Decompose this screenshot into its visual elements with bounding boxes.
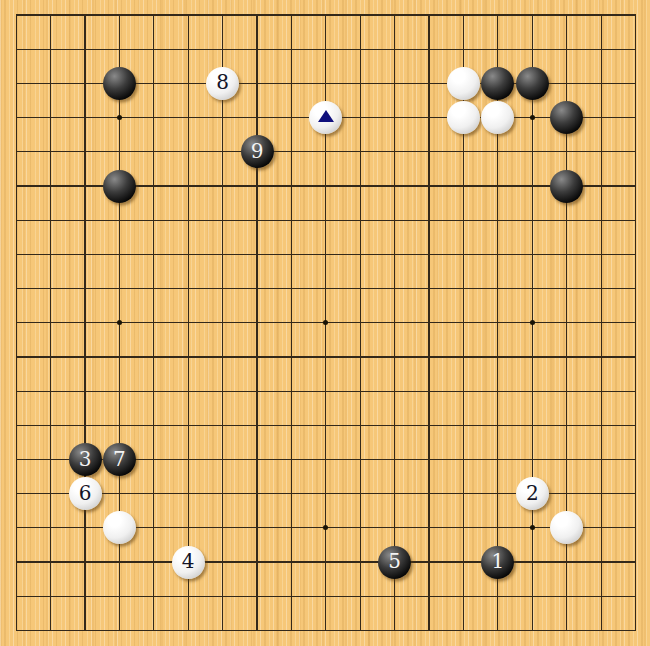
intersection-O17[interactable] [446, 66, 480, 100]
intersection-E12[interactable] [137, 237, 171, 271]
intersection-G9[interactable] [205, 340, 239, 374]
intersection-B14[interactable] [33, 169, 67, 203]
intersection-E8[interactable] [137, 374, 171, 408]
intersection-N8[interactable] [412, 374, 446, 408]
intersection-N17[interactable] [412, 66, 446, 100]
intersection-H12[interactable] [240, 237, 274, 271]
intersection-T5[interactable] [618, 477, 650, 511]
intersection-N10[interactable] [412, 306, 446, 340]
intersection-O1[interactable] [446, 613, 480, 646]
intersection-S11[interactable] [584, 272, 618, 306]
intersection-B3[interactable] [33, 545, 67, 579]
intersection-H4[interactable] [240, 511, 274, 545]
intersection-C5[interactable]: 6 [68, 477, 102, 511]
intersection-O18[interactable] [446, 32, 480, 66]
intersection-B15[interactable] [33, 135, 67, 169]
intersection-F11[interactable] [171, 272, 205, 306]
intersection-C4[interactable] [68, 511, 102, 545]
intersection-L10[interactable] [343, 306, 377, 340]
intersection-D15[interactable] [102, 135, 136, 169]
intersection-F16[interactable] [171, 101, 205, 135]
intersection-K4[interactable] [309, 511, 343, 545]
intersection-F6[interactable] [171, 442, 205, 476]
intersection-K13[interactable] [309, 203, 343, 237]
intersection-P18[interactable] [481, 32, 515, 66]
intersection-Q17[interactable] [515, 66, 549, 100]
intersection-G6[interactable] [205, 442, 239, 476]
intersection-S17[interactable] [584, 66, 618, 100]
intersection-R13[interactable] [550, 203, 584, 237]
intersection-P5[interactable] [481, 477, 515, 511]
intersection-C19[interactable] [68, 0, 102, 32]
intersection-C10[interactable] [68, 306, 102, 340]
intersection-J14[interactable] [274, 169, 308, 203]
intersection-B9[interactable] [33, 340, 67, 374]
intersection-T11[interactable] [618, 272, 650, 306]
intersection-S2[interactable] [584, 579, 618, 613]
intersection-F8[interactable] [171, 374, 205, 408]
intersection-F4[interactable] [171, 511, 205, 545]
intersection-R8[interactable] [550, 374, 584, 408]
intersection-M1[interactable] [377, 613, 411, 646]
intersection-K18[interactable] [309, 32, 343, 66]
intersection-A7[interactable] [0, 408, 33, 442]
intersection-J7[interactable] [274, 408, 308, 442]
intersection-J16[interactable] [274, 101, 308, 135]
intersection-Q15[interactable] [515, 135, 549, 169]
intersection-R3[interactable] [550, 545, 584, 579]
intersection-P13[interactable] [481, 203, 515, 237]
intersection-A2[interactable] [0, 579, 33, 613]
intersection-B7[interactable] [33, 408, 67, 442]
intersection-M7[interactable] [377, 408, 411, 442]
intersection-A9[interactable] [0, 340, 33, 374]
intersection-G4[interactable] [205, 511, 239, 545]
intersection-B6[interactable] [33, 442, 67, 476]
intersection-T19[interactable] [618, 0, 650, 32]
intersection-L15[interactable] [343, 135, 377, 169]
intersection-S6[interactable] [584, 442, 618, 476]
intersection-N14[interactable] [412, 169, 446, 203]
intersection-E2[interactable] [137, 579, 171, 613]
intersection-D7[interactable] [102, 408, 136, 442]
intersection-J4[interactable] [274, 511, 308, 545]
intersection-T12[interactable] [618, 237, 650, 271]
intersection-R4[interactable] [550, 511, 584, 545]
intersection-D14[interactable] [102, 169, 136, 203]
intersection-M18[interactable] [377, 32, 411, 66]
intersection-F2[interactable] [171, 579, 205, 613]
intersection-Q7[interactable] [515, 408, 549, 442]
intersection-R17[interactable] [550, 66, 584, 100]
intersection-O16[interactable] [446, 101, 480, 135]
intersection-Q18[interactable] [515, 32, 549, 66]
intersection-S10[interactable] [584, 306, 618, 340]
intersection-R19[interactable] [550, 0, 584, 32]
intersection-C6[interactable]: 3 [68, 442, 102, 476]
intersection-Q16[interactable] [515, 101, 549, 135]
intersection-G19[interactable] [205, 0, 239, 32]
intersection-R6[interactable] [550, 442, 584, 476]
intersection-N11[interactable] [412, 272, 446, 306]
intersection-K10[interactable] [309, 306, 343, 340]
intersection-T9[interactable] [618, 340, 650, 374]
intersection-T15[interactable] [618, 135, 650, 169]
intersection-S14[interactable] [584, 169, 618, 203]
intersection-N1[interactable] [412, 613, 446, 646]
intersection-C13[interactable] [68, 203, 102, 237]
intersection-A1[interactable] [0, 613, 33, 646]
intersection-P9[interactable] [481, 340, 515, 374]
intersection-Q3[interactable] [515, 545, 549, 579]
intersection-P16[interactable] [481, 101, 515, 135]
intersection-M8[interactable] [377, 374, 411, 408]
intersection-Q10[interactable] [515, 306, 549, 340]
intersection-H6[interactable] [240, 442, 274, 476]
intersection-L19[interactable] [343, 0, 377, 32]
intersection-L13[interactable] [343, 203, 377, 237]
intersection-H18[interactable] [240, 32, 274, 66]
intersection-Q9[interactable] [515, 340, 549, 374]
intersection-B8[interactable] [33, 374, 67, 408]
intersection-L18[interactable] [343, 32, 377, 66]
intersection-D17[interactable] [102, 66, 136, 100]
intersection-O10[interactable] [446, 306, 480, 340]
intersection-G17[interactable]: 8 [205, 66, 239, 100]
intersection-Q13[interactable] [515, 203, 549, 237]
intersection-L5[interactable] [343, 477, 377, 511]
intersection-J6[interactable] [274, 442, 308, 476]
intersection-G8[interactable] [205, 374, 239, 408]
intersection-O9[interactable] [446, 340, 480, 374]
intersection-T16[interactable] [618, 101, 650, 135]
intersection-P6[interactable] [481, 442, 515, 476]
intersection-Q2[interactable] [515, 579, 549, 613]
intersection-A3[interactable] [0, 545, 33, 579]
intersection-O11[interactable] [446, 272, 480, 306]
intersection-A10[interactable] [0, 306, 33, 340]
intersection-E19[interactable] [137, 0, 171, 32]
intersection-L1[interactable] [343, 613, 377, 646]
intersection-K11[interactable] [309, 272, 343, 306]
intersection-K16[interactable] [309, 101, 343, 135]
intersection-A13[interactable] [0, 203, 33, 237]
intersection-N19[interactable] [412, 0, 446, 32]
intersection-N18[interactable] [412, 32, 446, 66]
intersection-O6[interactable] [446, 442, 480, 476]
intersection-R2[interactable] [550, 579, 584, 613]
intersection-A8[interactable] [0, 374, 33, 408]
intersection-E10[interactable] [137, 306, 171, 340]
intersection-T3[interactable] [618, 545, 650, 579]
intersection-K9[interactable] [309, 340, 343, 374]
intersection-D10[interactable] [102, 306, 136, 340]
intersection-C7[interactable] [68, 408, 102, 442]
intersection-E7[interactable] [137, 408, 171, 442]
intersection-L3[interactable] [343, 545, 377, 579]
intersection-H3[interactable] [240, 545, 274, 579]
intersection-O3[interactable] [446, 545, 480, 579]
intersection-T10[interactable] [618, 306, 650, 340]
intersection-F15[interactable] [171, 135, 205, 169]
intersection-N5[interactable] [412, 477, 446, 511]
intersection-B19[interactable] [33, 0, 67, 32]
intersection-E1[interactable] [137, 613, 171, 646]
intersection-L11[interactable] [343, 272, 377, 306]
intersection-R5[interactable] [550, 477, 584, 511]
intersection-J3[interactable] [274, 545, 308, 579]
intersection-L2[interactable] [343, 579, 377, 613]
intersection-D12[interactable] [102, 237, 136, 271]
intersection-M4[interactable] [377, 511, 411, 545]
intersection-L7[interactable] [343, 408, 377, 442]
intersection-M5[interactable] [377, 477, 411, 511]
intersection-G13[interactable] [205, 203, 239, 237]
intersection-L6[interactable] [343, 442, 377, 476]
intersection-H14[interactable] [240, 169, 274, 203]
intersection-L17[interactable] [343, 66, 377, 100]
intersection-E6[interactable] [137, 442, 171, 476]
intersection-E3[interactable] [137, 545, 171, 579]
intersection-J13[interactable] [274, 203, 308, 237]
intersection-Q6[interactable] [515, 442, 549, 476]
intersection-B10[interactable] [33, 306, 67, 340]
intersection-C3[interactable] [68, 545, 102, 579]
intersection-A15[interactable] [0, 135, 33, 169]
intersection-M11[interactable] [377, 272, 411, 306]
intersection-A6[interactable] [0, 442, 33, 476]
intersection-L8[interactable] [343, 374, 377, 408]
intersection-N12[interactable] [412, 237, 446, 271]
intersection-S9[interactable] [584, 340, 618, 374]
intersection-P12[interactable] [481, 237, 515, 271]
intersection-R16[interactable] [550, 101, 584, 135]
intersection-H9[interactable] [240, 340, 274, 374]
intersection-E15[interactable] [137, 135, 171, 169]
intersection-K1[interactable] [309, 613, 343, 646]
intersection-H8[interactable] [240, 374, 274, 408]
intersection-D9[interactable] [102, 340, 136, 374]
intersection-M17[interactable] [377, 66, 411, 100]
intersection-K5[interactable] [309, 477, 343, 511]
intersection-G3[interactable] [205, 545, 239, 579]
intersection-A11[interactable] [0, 272, 33, 306]
intersection-A4[interactable] [0, 511, 33, 545]
intersection-J8[interactable] [274, 374, 308, 408]
intersection-K6[interactable] [309, 442, 343, 476]
intersection-Q12[interactable] [515, 237, 549, 271]
intersection-P8[interactable] [481, 374, 515, 408]
intersection-O14[interactable] [446, 169, 480, 203]
intersection-A5[interactable] [0, 477, 33, 511]
intersection-R7[interactable] [550, 408, 584, 442]
intersection-S13[interactable] [584, 203, 618, 237]
intersection-E5[interactable] [137, 477, 171, 511]
intersection-O15[interactable] [446, 135, 480, 169]
intersection-P10[interactable] [481, 306, 515, 340]
intersection-Q11[interactable] [515, 272, 549, 306]
intersection-Q19[interactable] [515, 0, 549, 32]
intersection-G16[interactable] [205, 101, 239, 135]
intersection-H5[interactable] [240, 477, 274, 511]
intersection-P11[interactable] [481, 272, 515, 306]
intersection-B17[interactable] [33, 66, 67, 100]
intersection-C11[interactable] [68, 272, 102, 306]
intersection-N13[interactable] [412, 203, 446, 237]
intersection-H13[interactable] [240, 203, 274, 237]
intersection-T18[interactable] [618, 32, 650, 66]
intersection-F13[interactable] [171, 203, 205, 237]
intersection-N16[interactable] [412, 101, 446, 135]
intersection-S16[interactable] [584, 101, 618, 135]
intersection-O13[interactable] [446, 203, 480, 237]
intersection-B12[interactable] [33, 237, 67, 271]
intersection-J17[interactable] [274, 66, 308, 100]
intersection-T1[interactable] [618, 613, 650, 646]
intersection-N4[interactable] [412, 511, 446, 545]
intersection-T8[interactable] [618, 374, 650, 408]
intersection-B5[interactable] [33, 477, 67, 511]
intersection-F5[interactable] [171, 477, 205, 511]
intersection-G10[interactable] [205, 306, 239, 340]
intersection-S5[interactable] [584, 477, 618, 511]
intersection-K17[interactable] [309, 66, 343, 100]
intersection-L9[interactable] [343, 340, 377, 374]
intersection-M16[interactable] [377, 101, 411, 135]
intersection-K15[interactable] [309, 135, 343, 169]
intersection-C17[interactable] [68, 66, 102, 100]
intersection-O5[interactable] [446, 477, 480, 511]
intersection-H7[interactable] [240, 408, 274, 442]
intersection-D18[interactable] [102, 32, 136, 66]
intersection-R15[interactable] [550, 135, 584, 169]
intersection-S1[interactable] [584, 613, 618, 646]
intersection-A19[interactable] [0, 0, 33, 32]
intersection-E16[interactable] [137, 101, 171, 135]
intersection-R11[interactable] [550, 272, 584, 306]
intersection-C18[interactable] [68, 32, 102, 66]
intersection-Q5[interactable]: 2 [515, 477, 549, 511]
intersection-O19[interactable] [446, 0, 480, 32]
intersection-D3[interactable] [102, 545, 136, 579]
intersection-H15[interactable]: 9 [240, 135, 274, 169]
intersection-F17[interactable] [171, 66, 205, 100]
intersection-R10[interactable] [550, 306, 584, 340]
intersection-D19[interactable] [102, 0, 136, 32]
intersection-C16[interactable] [68, 101, 102, 135]
intersection-N3[interactable] [412, 545, 446, 579]
intersection-S15[interactable] [584, 135, 618, 169]
intersection-D5[interactable] [102, 477, 136, 511]
intersection-J19[interactable] [274, 0, 308, 32]
intersection-F3[interactable]: 4 [171, 545, 205, 579]
intersection-M2[interactable] [377, 579, 411, 613]
intersection-A18[interactable] [0, 32, 33, 66]
intersection-K14[interactable] [309, 169, 343, 203]
intersection-J2[interactable] [274, 579, 308, 613]
intersection-M13[interactable] [377, 203, 411, 237]
intersection-L16[interactable] [343, 101, 377, 135]
intersection-O12[interactable] [446, 237, 480, 271]
intersection-D6[interactable]: 7 [102, 442, 136, 476]
intersection-D8[interactable] [102, 374, 136, 408]
intersection-P14[interactable] [481, 169, 515, 203]
intersection-B2[interactable] [33, 579, 67, 613]
intersection-S12[interactable] [584, 237, 618, 271]
intersection-C15[interactable] [68, 135, 102, 169]
intersection-G11[interactable] [205, 272, 239, 306]
intersection-J15[interactable] [274, 135, 308, 169]
intersection-P1[interactable] [481, 613, 515, 646]
intersection-M19[interactable] [377, 0, 411, 32]
intersection-H17[interactable] [240, 66, 274, 100]
intersection-G12[interactable] [205, 237, 239, 271]
intersection-A17[interactable] [0, 66, 33, 100]
intersection-K3[interactable] [309, 545, 343, 579]
intersection-C8[interactable] [68, 374, 102, 408]
intersection-G7[interactable] [205, 408, 239, 442]
intersection-H2[interactable] [240, 579, 274, 613]
intersection-B13[interactable] [33, 203, 67, 237]
intersection-M6[interactable] [377, 442, 411, 476]
intersection-Q1[interactable] [515, 613, 549, 646]
intersection-N9[interactable] [412, 340, 446, 374]
intersection-D13[interactable] [102, 203, 136, 237]
intersection-P17[interactable] [481, 66, 515, 100]
intersection-T4[interactable] [618, 511, 650, 545]
intersection-J18[interactable] [274, 32, 308, 66]
intersection-E17[interactable] [137, 66, 171, 100]
intersection-F1[interactable] [171, 613, 205, 646]
intersection-Q8[interactable] [515, 374, 549, 408]
intersection-K19[interactable] [309, 0, 343, 32]
intersection-N15[interactable] [412, 135, 446, 169]
intersection-E11[interactable] [137, 272, 171, 306]
intersection-S4[interactable] [584, 511, 618, 545]
intersection-C12[interactable] [68, 237, 102, 271]
intersection-A12[interactable] [0, 237, 33, 271]
intersection-D1[interactable] [102, 613, 136, 646]
intersection-T7[interactable] [618, 408, 650, 442]
intersection-J10[interactable] [274, 306, 308, 340]
intersection-D16[interactable] [102, 101, 136, 135]
intersection-M15[interactable] [377, 135, 411, 169]
intersection-G2[interactable] [205, 579, 239, 613]
intersection-T14[interactable] [618, 169, 650, 203]
intersection-J5[interactable] [274, 477, 308, 511]
intersection-H16[interactable] [240, 101, 274, 135]
intersection-B11[interactable] [33, 272, 67, 306]
intersection-M10[interactable] [377, 306, 411, 340]
intersection-C9[interactable] [68, 340, 102, 374]
intersection-A14[interactable] [0, 169, 33, 203]
intersection-B1[interactable] [33, 613, 67, 646]
intersection-L12[interactable] [343, 237, 377, 271]
intersection-B4[interactable] [33, 511, 67, 545]
intersection-K8[interactable] [309, 374, 343, 408]
intersection-R12[interactable] [550, 237, 584, 271]
intersection-C14[interactable] [68, 169, 102, 203]
intersection-T13[interactable] [618, 203, 650, 237]
intersection-K12[interactable] [309, 237, 343, 271]
intersection-O4[interactable] [446, 511, 480, 545]
intersection-T2[interactable] [618, 579, 650, 613]
intersection-R1[interactable] [550, 613, 584, 646]
intersection-J12[interactable] [274, 237, 308, 271]
intersection-P19[interactable] [481, 0, 515, 32]
intersection-G15[interactable] [205, 135, 239, 169]
intersection-F18[interactable] [171, 32, 205, 66]
